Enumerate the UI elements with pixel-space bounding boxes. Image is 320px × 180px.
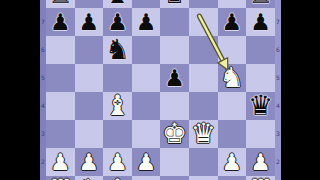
black-knight-piece: ♞ (103, 36, 132, 64)
board-square-h7[interactable]: ♟ (246, 8, 275, 36)
chess-app-screenshot: 765432 765432 ♜♝♚♜♟♟♟♟♟♟♞♟♞♝♛♚♛♟♟♟♟♟♟♜♞♝… (0, 0, 320, 180)
board-square-d5[interactable] (132, 64, 161, 92)
white-rook-piece: ♜ (246, 176, 275, 180)
board-square-c4[interactable]: ♝ (103, 92, 132, 120)
white-pawn-piece: ♟ (246, 148, 275, 176)
black-king-piece: ♚ (160, 0, 189, 8)
board-square-b8[interactable] (75, 0, 104, 8)
board-square-h3[interactable] (246, 120, 275, 148)
rank-label: 4 (275, 103, 281, 109)
rank-label: 5 (275, 75, 281, 81)
board-square-b4[interactable] (75, 92, 104, 120)
board-square-b2[interactable]: ♟ (75, 148, 104, 176)
black-bishop-piece: ♝ (103, 0, 132, 8)
board-square-d2[interactable]: ♟ (132, 148, 161, 176)
board-square-f3[interactable]: ♛ (189, 120, 218, 148)
board-square-b3[interactable] (75, 120, 104, 148)
board-square-d8[interactable] (132, 0, 161, 8)
board-square-d3[interactable] (132, 120, 161, 148)
board-square-f5[interactable] (189, 64, 218, 92)
board-square-c7[interactable]: ♟ (103, 8, 132, 36)
rank-label: 7 (275, 19, 281, 25)
board-square-d6[interactable] (132, 36, 161, 64)
black-pawn-piece: ♟ (103, 8, 132, 36)
board-square-h2[interactable]: ♟ (246, 148, 275, 176)
board-square-e6[interactable] (160, 36, 189, 64)
board-square-d4[interactable] (132, 92, 161, 120)
board-square-e4[interactable] (160, 92, 189, 120)
white-rook-piece: ♜ (46, 176, 75, 180)
board-square-a1[interactable]: ♜ (46, 176, 75, 180)
white-pawn-piece: ♟ (132, 148, 161, 176)
rank-labels-right: 765432 (275, 0, 281, 180)
black-pawn-piece: ♟ (218, 8, 247, 36)
rank-label: 3 (275, 131, 281, 137)
board-square-a7[interactable]: ♟ (46, 8, 75, 36)
board-square-c2[interactable]: ♟ (103, 148, 132, 176)
board-square-c5[interactable] (103, 64, 132, 92)
board-square-g6[interactable] (218, 36, 247, 64)
board-square-b7[interactable]: ♟ (75, 8, 104, 36)
white-bishop-piece: ♝ (103, 176, 132, 180)
board-square-e3[interactable]: ♚ (160, 120, 189, 148)
board-square-g7[interactable]: ♟ (218, 8, 247, 36)
board-square-f6[interactable] (189, 36, 218, 64)
board-square-a6[interactable] (46, 36, 75, 64)
board-square-g8[interactable] (218, 0, 247, 8)
black-rook-piece: ♜ (46, 0, 75, 8)
rank-label: 2 (275, 159, 281, 165)
board-square-c8[interactable]: ♝ (103, 0, 132, 8)
white-king-piece: ♚ (160, 120, 189, 148)
board-square-f1[interactable] (189, 176, 218, 180)
rank-label: 6 (275, 47, 281, 53)
board-square-f4[interactable] (189, 92, 218, 120)
white-pawn-piece: ♟ (103, 148, 132, 176)
black-pawn-piece: ♟ (160, 64, 189, 92)
board-square-g1[interactable] (218, 176, 247, 180)
board-square-f2[interactable] (189, 148, 218, 176)
black-pawn-piece: ♟ (246, 8, 275, 36)
board-square-d1[interactable] (132, 176, 161, 180)
board-square-h8[interactable]: ♜ (246, 0, 275, 8)
board-square-a4[interactable] (46, 92, 75, 120)
board-square-d7[interactable]: ♟ (132, 8, 161, 36)
black-rook-piece: ♜ (246, 0, 275, 8)
board-square-g4[interactable] (218, 92, 247, 120)
board-square-h1[interactable]: ♜ (246, 176, 275, 180)
board-square-a3[interactable] (46, 120, 75, 148)
black-pawn-piece: ♟ (75, 8, 104, 36)
white-knight-piece: ♞ (218, 64, 247, 92)
board-square-f7[interactable] (189, 8, 218, 36)
board-square-e5[interactable]: ♟ (160, 64, 189, 92)
board-square-h6[interactable] (246, 36, 275, 64)
black-queen-piece: ♛ (246, 92, 275, 120)
board-square-e2[interactable] (160, 148, 189, 176)
board-square-g5[interactable]: ♞ (218, 64, 247, 92)
board-square-e7[interactable] (160, 8, 189, 36)
board-square-c3[interactable] (103, 120, 132, 148)
white-knight-piece: ♞ (75, 176, 104, 180)
board-square-c6[interactable]: ♞ (103, 36, 132, 64)
board-square-e1[interactable] (160, 176, 189, 180)
board-square-b6[interactable] (75, 36, 104, 64)
black-pawn-piece: ♟ (46, 8, 75, 36)
white-bishop-piece: ♝ (103, 92, 132, 120)
board-square-e8[interactable]: ♚ (160, 0, 189, 8)
board-square-a2[interactable]: ♟ (46, 148, 75, 176)
white-queen-piece: ♛ (189, 120, 218, 148)
board-square-h4[interactable]: ♛ (246, 92, 275, 120)
board-square-g3[interactable] (218, 120, 247, 148)
white-pawn-piece: ♟ (75, 148, 104, 176)
board-square-g2[interactable]: ♟ (218, 148, 247, 176)
board-square-b1[interactable]: ♞ (75, 176, 104, 180)
board-square-h5[interactable] (246, 64, 275, 92)
board-square-f8[interactable] (189, 0, 218, 8)
chess-board: ♜♝♚♜♟♟♟♟♟♟♞♟♞♝♛♚♛♟♟♟♟♟♟♜♞♝♜ (46, 0, 275, 180)
white-pawn-piece: ♟ (218, 148, 247, 176)
board-square-c1[interactable]: ♝ (103, 176, 132, 180)
board-square-b5[interactable] (75, 64, 104, 92)
board-square-a5[interactable] (46, 64, 75, 92)
board-square-a8[interactable]: ♜ (46, 0, 75, 8)
black-pawn-piece: ♟ (132, 8, 161, 36)
white-pawn-piece: ♟ (46, 148, 75, 176)
